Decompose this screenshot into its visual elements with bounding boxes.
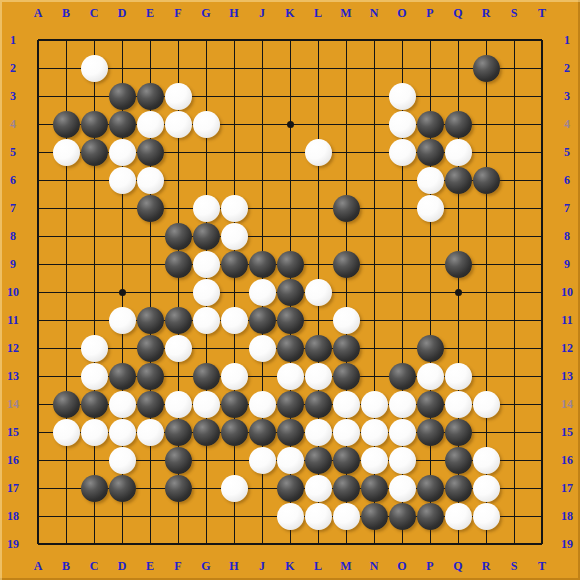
intersection-Q9[interactable] (444, 250, 472, 278)
intersection-F2[interactable] (164, 54, 192, 82)
intersection-O15[interactable] (388, 418, 416, 446)
intersection-K2[interactable] (276, 54, 304, 82)
intersection-D18[interactable] (108, 502, 136, 530)
intersection-P4[interactable] (416, 110, 444, 138)
intersection-C15[interactable] (80, 418, 108, 446)
intersection-A2[interactable] (24, 54, 52, 82)
intersection-A11[interactable] (24, 306, 52, 334)
intersection-S12[interactable] (500, 334, 528, 362)
intersection-R9[interactable] (472, 250, 500, 278)
intersection-O7[interactable] (388, 194, 416, 222)
intersection-F15[interactable] (164, 418, 192, 446)
intersection-R1[interactable] (472, 26, 500, 54)
intersection-H6[interactable] (220, 166, 248, 194)
intersection-L1[interactable] (304, 26, 332, 54)
intersection-S1[interactable] (500, 26, 528, 54)
intersection-T2[interactable] (528, 54, 556, 82)
intersection-D15[interactable] (108, 418, 136, 446)
intersection-B10[interactable] (52, 278, 80, 306)
intersection-H12[interactable] (220, 334, 248, 362)
intersection-E7[interactable] (136, 194, 164, 222)
intersection-C8[interactable] (80, 222, 108, 250)
intersection-B8[interactable] (52, 222, 80, 250)
intersection-L11[interactable] (304, 306, 332, 334)
intersection-D17[interactable] (108, 474, 136, 502)
intersection-N17[interactable] (360, 474, 388, 502)
intersection-R16[interactable] (472, 446, 500, 474)
intersection-F13[interactable] (164, 362, 192, 390)
intersection-O9[interactable] (388, 250, 416, 278)
intersection-A19[interactable] (24, 530, 52, 558)
intersection-R17[interactable] (472, 474, 500, 502)
intersection-B15[interactable] (52, 418, 80, 446)
intersection-Q7[interactable] (444, 194, 472, 222)
intersection-B4[interactable] (52, 110, 80, 138)
intersection-F4[interactable] (164, 110, 192, 138)
intersection-R2[interactable] (472, 54, 500, 82)
intersection-E12[interactable] (136, 334, 164, 362)
intersection-K5[interactable] (276, 138, 304, 166)
intersection-Q8[interactable] (444, 222, 472, 250)
intersection-D5[interactable] (108, 138, 136, 166)
intersection-E6[interactable] (136, 166, 164, 194)
intersection-K19[interactable] (276, 530, 304, 558)
intersection-F16[interactable] (164, 446, 192, 474)
intersection-L3[interactable] (304, 82, 332, 110)
intersection-B3[interactable] (52, 82, 80, 110)
intersection-L16[interactable] (304, 446, 332, 474)
intersection-K13[interactable] (276, 362, 304, 390)
intersection-T13[interactable] (528, 362, 556, 390)
intersection-M14[interactable] (332, 390, 360, 418)
intersection-J15[interactable] (248, 418, 276, 446)
intersection-N2[interactable] (360, 54, 388, 82)
intersection-S16[interactable] (500, 446, 528, 474)
intersection-L4[interactable] (304, 110, 332, 138)
intersection-J1[interactable] (248, 26, 276, 54)
intersection-H16[interactable] (220, 446, 248, 474)
intersection-T4[interactable] (528, 110, 556, 138)
intersection-G15[interactable] (192, 418, 220, 446)
intersection-R18[interactable] (472, 502, 500, 530)
intersection-F5[interactable] (164, 138, 192, 166)
intersection-O10[interactable] (388, 278, 416, 306)
intersection-M17[interactable] (332, 474, 360, 502)
intersection-A15[interactable] (24, 418, 52, 446)
intersection-E19[interactable] (136, 530, 164, 558)
intersection-S5[interactable] (500, 138, 528, 166)
intersection-R14[interactable] (472, 390, 500, 418)
intersection-J5[interactable] (248, 138, 276, 166)
intersection-C17[interactable] (80, 474, 108, 502)
intersection-R11[interactable] (472, 306, 500, 334)
intersection-Q19[interactable] (444, 530, 472, 558)
intersection-S17[interactable] (500, 474, 528, 502)
intersection-R12[interactable] (472, 334, 500, 362)
intersection-A7[interactable] (24, 194, 52, 222)
intersection-R3[interactable] (472, 82, 500, 110)
intersection-K12[interactable] (276, 334, 304, 362)
intersection-Q2[interactable] (444, 54, 472, 82)
intersection-P3[interactable] (416, 82, 444, 110)
intersection-E2[interactable] (136, 54, 164, 82)
intersection-F14[interactable] (164, 390, 192, 418)
intersection-B17[interactable] (52, 474, 80, 502)
intersection-E10[interactable] (136, 278, 164, 306)
intersection-R8[interactable] (472, 222, 500, 250)
intersection-K8[interactable] (276, 222, 304, 250)
intersection-R13[interactable] (472, 362, 500, 390)
intersection-M16[interactable] (332, 446, 360, 474)
intersection-K1[interactable] (276, 26, 304, 54)
intersection-F8[interactable] (164, 222, 192, 250)
intersection-A14[interactable] (24, 390, 52, 418)
intersection-B19[interactable] (52, 530, 80, 558)
intersection-M1[interactable] (332, 26, 360, 54)
intersection-C7[interactable] (80, 194, 108, 222)
intersection-L17[interactable] (304, 474, 332, 502)
intersection-B7[interactable] (52, 194, 80, 222)
intersection-F12[interactable] (164, 334, 192, 362)
intersection-F3[interactable] (164, 82, 192, 110)
intersection-C6[interactable] (80, 166, 108, 194)
intersection-Q10[interactable] (444, 278, 472, 306)
intersection-O2[interactable] (388, 54, 416, 82)
intersection-F19[interactable] (164, 530, 192, 558)
intersection-F9[interactable] (164, 250, 192, 278)
intersection-H8[interactable] (220, 222, 248, 250)
intersection-A12[interactable] (24, 334, 52, 362)
intersection-G11[interactable] (192, 306, 220, 334)
intersection-E13[interactable] (136, 362, 164, 390)
intersection-K4[interactable] (276, 110, 304, 138)
intersection-L12[interactable] (304, 334, 332, 362)
intersection-M13[interactable] (332, 362, 360, 390)
intersection-N12[interactable] (360, 334, 388, 362)
intersection-H17[interactable] (220, 474, 248, 502)
intersection-C2[interactable] (80, 54, 108, 82)
intersection-M12[interactable] (332, 334, 360, 362)
intersection-T8[interactable] (528, 222, 556, 250)
intersection-S13[interactable] (500, 362, 528, 390)
intersection-K3[interactable] (276, 82, 304, 110)
intersection-K18[interactable] (276, 502, 304, 530)
intersection-O1[interactable] (388, 26, 416, 54)
intersection-T16[interactable] (528, 446, 556, 474)
intersection-N14[interactable] (360, 390, 388, 418)
intersection-S8[interactable] (500, 222, 528, 250)
intersection-D4[interactable] (108, 110, 136, 138)
intersection-N11[interactable] (360, 306, 388, 334)
intersection-H15[interactable] (220, 418, 248, 446)
intersection-M11[interactable] (332, 306, 360, 334)
intersection-O3[interactable] (388, 82, 416, 110)
intersection-B2[interactable] (52, 54, 80, 82)
intersection-T6[interactable] (528, 166, 556, 194)
intersection-J10[interactable] (248, 278, 276, 306)
intersection-J3[interactable] (248, 82, 276, 110)
intersection-B13[interactable] (52, 362, 80, 390)
intersection-R5[interactable] (472, 138, 500, 166)
intersection-A9[interactable] (24, 250, 52, 278)
intersection-F10[interactable] (164, 278, 192, 306)
intersection-K10[interactable] (276, 278, 304, 306)
intersection-G13[interactable] (192, 362, 220, 390)
intersection-H7[interactable] (220, 194, 248, 222)
intersection-Q12[interactable] (444, 334, 472, 362)
intersection-T15[interactable] (528, 418, 556, 446)
intersection-H3[interactable] (220, 82, 248, 110)
intersection-S19[interactable] (500, 530, 528, 558)
intersection-A13[interactable] (24, 362, 52, 390)
intersection-K14[interactable] (276, 390, 304, 418)
intersection-K16[interactable] (276, 446, 304, 474)
intersection-B9[interactable] (52, 250, 80, 278)
intersection-C18[interactable] (80, 502, 108, 530)
intersection-E11[interactable] (136, 306, 164, 334)
intersection-E5[interactable] (136, 138, 164, 166)
intersection-A4[interactable] (24, 110, 52, 138)
intersection-C14[interactable] (80, 390, 108, 418)
intersection-G1[interactable] (192, 26, 220, 54)
intersection-O17[interactable] (388, 474, 416, 502)
intersection-Q18[interactable] (444, 502, 472, 530)
intersection-O19[interactable] (388, 530, 416, 558)
intersection-B5[interactable] (52, 138, 80, 166)
intersection-G18[interactable] (192, 502, 220, 530)
intersection-M9[interactable] (332, 250, 360, 278)
intersection-D1[interactable] (108, 26, 136, 54)
intersection-G12[interactable] (192, 334, 220, 362)
intersection-R19[interactable] (472, 530, 500, 558)
intersection-Q4[interactable] (444, 110, 472, 138)
intersection-A6[interactable] (24, 166, 52, 194)
intersection-L14[interactable] (304, 390, 332, 418)
intersection-L7[interactable] (304, 194, 332, 222)
intersection-R7[interactable] (472, 194, 500, 222)
intersection-F17[interactable] (164, 474, 192, 502)
intersection-S14[interactable] (500, 390, 528, 418)
intersection-R4[interactable] (472, 110, 500, 138)
intersection-O18[interactable] (388, 502, 416, 530)
intersection-L8[interactable] (304, 222, 332, 250)
intersection-S6[interactable] (500, 166, 528, 194)
intersection-E1[interactable] (136, 26, 164, 54)
intersection-S4[interactable] (500, 110, 528, 138)
intersection-L13[interactable] (304, 362, 332, 390)
intersection-F18[interactable] (164, 502, 192, 530)
intersection-D12[interactable] (108, 334, 136, 362)
intersection-D2[interactable] (108, 54, 136, 82)
intersection-T19[interactable] (528, 530, 556, 558)
intersection-C11[interactable] (80, 306, 108, 334)
intersection-O16[interactable] (388, 446, 416, 474)
intersection-T1[interactable] (528, 26, 556, 54)
intersection-J16[interactable] (248, 446, 276, 474)
intersection-C19[interactable] (80, 530, 108, 558)
intersection-P9[interactable] (416, 250, 444, 278)
intersection-Q1[interactable] (444, 26, 472, 54)
intersection-E15[interactable] (136, 418, 164, 446)
intersection-G2[interactable] (192, 54, 220, 82)
intersection-P8[interactable] (416, 222, 444, 250)
intersection-C16[interactable] (80, 446, 108, 474)
intersection-N8[interactable] (360, 222, 388, 250)
intersection-N7[interactable] (360, 194, 388, 222)
intersection-D16[interactable] (108, 446, 136, 474)
intersection-T17[interactable] (528, 474, 556, 502)
intersection-M4[interactable] (332, 110, 360, 138)
intersection-R15[interactable] (472, 418, 500, 446)
intersection-K7[interactable] (276, 194, 304, 222)
intersection-A18[interactable] (24, 502, 52, 530)
intersection-H19[interactable] (220, 530, 248, 558)
intersection-J7[interactable] (248, 194, 276, 222)
intersection-G16[interactable] (192, 446, 220, 474)
intersection-S7[interactable] (500, 194, 528, 222)
intersection-P10[interactable] (416, 278, 444, 306)
intersection-C13[interactable] (80, 362, 108, 390)
intersection-C12[interactable] (80, 334, 108, 362)
intersection-N1[interactable] (360, 26, 388, 54)
intersection-H2[interactable] (220, 54, 248, 82)
intersection-J9[interactable] (248, 250, 276, 278)
intersection-O4[interactable] (388, 110, 416, 138)
intersection-O6[interactable] (388, 166, 416, 194)
intersection-A1[interactable] (24, 26, 52, 54)
intersection-G9[interactable] (192, 250, 220, 278)
intersection-D14[interactable] (108, 390, 136, 418)
intersection-M3[interactable] (332, 82, 360, 110)
intersection-D19[interactable] (108, 530, 136, 558)
intersection-S18[interactable] (500, 502, 528, 530)
intersection-S10[interactable] (500, 278, 528, 306)
intersection-A17[interactable] (24, 474, 52, 502)
intersection-L15[interactable] (304, 418, 332, 446)
intersection-M10[interactable] (332, 278, 360, 306)
intersection-H4[interactable] (220, 110, 248, 138)
intersection-L5[interactable] (304, 138, 332, 166)
intersection-J17[interactable] (248, 474, 276, 502)
intersection-H11[interactable] (220, 306, 248, 334)
intersection-P12[interactable] (416, 334, 444, 362)
intersection-J4[interactable] (248, 110, 276, 138)
intersection-B11[interactable] (52, 306, 80, 334)
intersection-J8[interactable] (248, 222, 276, 250)
intersection-D11[interactable] (108, 306, 136, 334)
intersection-C5[interactable] (80, 138, 108, 166)
intersection-C1[interactable] (80, 26, 108, 54)
intersection-G10[interactable] (192, 278, 220, 306)
intersection-O11[interactable] (388, 306, 416, 334)
intersection-H1[interactable] (220, 26, 248, 54)
intersection-D13[interactable] (108, 362, 136, 390)
intersection-K6[interactable] (276, 166, 304, 194)
intersection-J11[interactable] (248, 306, 276, 334)
intersection-J12[interactable] (248, 334, 276, 362)
intersection-M18[interactable] (332, 502, 360, 530)
intersection-Q5[interactable] (444, 138, 472, 166)
intersection-P7[interactable] (416, 194, 444, 222)
intersection-D3[interactable] (108, 82, 136, 110)
intersection-E14[interactable] (136, 390, 164, 418)
intersection-B12[interactable] (52, 334, 80, 362)
intersection-Q11[interactable] (444, 306, 472, 334)
intersection-N15[interactable] (360, 418, 388, 446)
intersection-T14[interactable] (528, 390, 556, 418)
intersection-B6[interactable] (52, 166, 80, 194)
intersection-M2[interactable] (332, 54, 360, 82)
intersection-J14[interactable] (248, 390, 276, 418)
intersection-T12[interactable] (528, 334, 556, 362)
intersection-F1[interactable] (164, 26, 192, 54)
intersection-J19[interactable] (248, 530, 276, 558)
intersection-D7[interactable] (108, 194, 136, 222)
intersection-N19[interactable] (360, 530, 388, 558)
intersection-K17[interactable] (276, 474, 304, 502)
intersection-B18[interactable] (52, 502, 80, 530)
intersection-Q14[interactable] (444, 390, 472, 418)
intersection-P11[interactable] (416, 306, 444, 334)
intersection-P2[interactable] (416, 54, 444, 82)
intersection-F7[interactable] (164, 194, 192, 222)
intersection-N3[interactable] (360, 82, 388, 110)
intersection-P6[interactable] (416, 166, 444, 194)
intersection-Q17[interactable] (444, 474, 472, 502)
intersection-S2[interactable] (500, 54, 528, 82)
intersection-G8[interactable] (192, 222, 220, 250)
intersection-N9[interactable] (360, 250, 388, 278)
intersection-J6[interactable] (248, 166, 276, 194)
intersection-E16[interactable] (136, 446, 164, 474)
intersection-D6[interactable] (108, 166, 136, 194)
intersection-L2[interactable] (304, 54, 332, 82)
intersection-D10[interactable] (108, 278, 136, 306)
intersection-G14[interactable] (192, 390, 220, 418)
intersection-H10[interactable] (220, 278, 248, 306)
intersection-R6[interactable] (472, 166, 500, 194)
intersection-Q3[interactable] (444, 82, 472, 110)
intersection-L9[interactable] (304, 250, 332, 278)
intersection-O8[interactable] (388, 222, 416, 250)
intersection-J18[interactable] (248, 502, 276, 530)
intersection-G5[interactable] (192, 138, 220, 166)
intersection-L10[interactable] (304, 278, 332, 306)
intersection-N16[interactable] (360, 446, 388, 474)
intersection-B16[interactable] (52, 446, 80, 474)
intersection-B1[interactable] (52, 26, 80, 54)
intersection-O13[interactable] (388, 362, 416, 390)
intersection-S9[interactable] (500, 250, 528, 278)
intersection-P14[interactable] (416, 390, 444, 418)
intersection-E4[interactable] (136, 110, 164, 138)
intersection-F6[interactable] (164, 166, 192, 194)
intersection-Q6[interactable] (444, 166, 472, 194)
intersection-E8[interactable] (136, 222, 164, 250)
intersection-M5[interactable] (332, 138, 360, 166)
intersection-H13[interactable] (220, 362, 248, 390)
intersection-P17[interactable] (416, 474, 444, 502)
intersection-Q13[interactable] (444, 362, 472, 390)
intersection-T9[interactable] (528, 250, 556, 278)
intersection-A16[interactable] (24, 446, 52, 474)
intersection-A3[interactable] (24, 82, 52, 110)
intersection-R10[interactable] (472, 278, 500, 306)
intersection-K9[interactable] (276, 250, 304, 278)
intersection-E17[interactable] (136, 474, 164, 502)
intersection-T10[interactable] (528, 278, 556, 306)
intersection-S3[interactable] (500, 82, 528, 110)
